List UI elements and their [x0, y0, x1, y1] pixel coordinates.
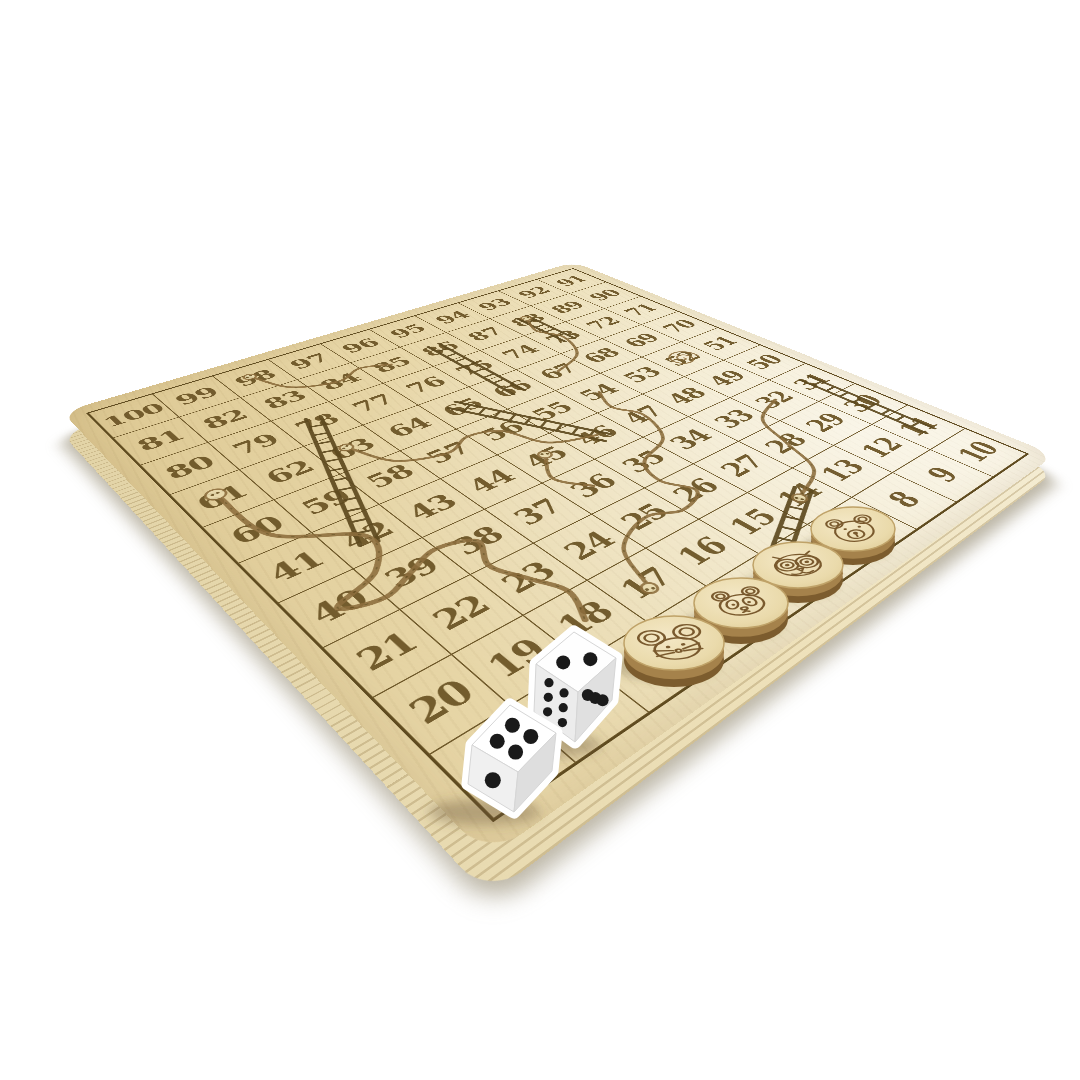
front-die[interactable]	[468, 705, 556, 812]
pieces-layer	[0, 0, 1080, 1080]
token-mouse[interactable]	[624, 616, 724, 687]
photo-scene: 1009998979695949392918182838485868788899…	[0, 0, 1080, 1080]
die-pips-1	[485, 772, 501, 788]
